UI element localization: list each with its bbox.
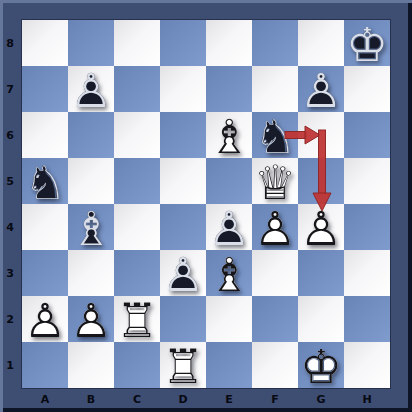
piece-black-pawn-e4[interactable]: ♟♙ [206, 204, 252, 250]
square-f2[interactable] [252, 296, 298, 342]
square-e7[interactable] [206, 66, 252, 112]
rank-label-6: 6 [0, 112, 20, 158]
square-a7[interactable] [22, 66, 68, 112]
square-f3[interactable] [252, 250, 298, 296]
piece-glyph-fill: ♝ [206, 251, 252, 297]
piece-black-bishop-b4[interactable]: ♝♗ [68, 204, 114, 250]
piece-glyph-fill: ♞ [22, 159, 68, 205]
square-c4[interactable] [114, 204, 160, 250]
square-h1[interactable] [344, 342, 390, 388]
file-label-g: G [298, 390, 344, 408]
piece-glyph-outline: ♖ [160, 343, 206, 389]
piece-white-queen-f5[interactable]: ♛♕ [252, 158, 298, 204]
rank-label-2: 2 [0, 296, 20, 342]
piece-glyph-fill: ♟ [160, 251, 206, 297]
square-e1[interactable] [206, 342, 252, 388]
square-f1[interactable] [252, 342, 298, 388]
square-d4[interactable] [160, 204, 206, 250]
square-g8[interactable] [298, 20, 344, 66]
square-c7[interactable] [114, 66, 160, 112]
piece-glyph-fill: ♟ [298, 205, 344, 251]
piece-glyph-outline: ♙ [252, 205, 298, 251]
square-c5[interactable] [114, 158, 160, 204]
square-f6[interactable]: ♞♘ [252, 112, 298, 158]
piece-glyph-outline: ♘ [252, 113, 298, 159]
piece-white-pawn-b2[interactable]: ♟♙ [68, 296, 114, 342]
piece-black-knight-f6[interactable]: ♞♘ [252, 112, 298, 158]
square-a5[interactable]: ♞♘ [22, 158, 68, 204]
square-e3[interactable]: ♝♗ [206, 250, 252, 296]
piece-white-rook-c2[interactable]: ♜♖ [114, 296, 160, 342]
piece-glyph-fill: ♝ [68, 205, 114, 251]
piece-glyph-outline: ♙ [68, 297, 114, 343]
square-e5[interactable] [206, 158, 252, 204]
file-label-h: H [344, 390, 390, 408]
square-b6[interactable] [68, 112, 114, 158]
square-b5[interactable] [68, 158, 114, 204]
square-d3[interactable]: ♟♙ [160, 250, 206, 296]
square-f7[interactable] [252, 66, 298, 112]
piece-white-rook-d1[interactable]: ♜♖ [160, 342, 206, 388]
square-h7[interactable] [344, 66, 390, 112]
piece-glyph-fill: ♟ [206, 205, 252, 251]
piece-white-bishop-e6[interactable]: ♝♗ [206, 112, 252, 158]
piece-white-pawn-f4[interactable]: ♟♙ [252, 204, 298, 250]
square-b2[interactable]: ♟♙ [68, 296, 114, 342]
square-g1[interactable]: ♚♔ [298, 342, 344, 388]
piece-glyph-outline: ♗ [206, 113, 252, 159]
square-d7[interactable] [160, 66, 206, 112]
piece-glyph-outline: ♙ [298, 205, 344, 251]
piece-black-pawn-b7[interactable]: ♟♙ [68, 66, 114, 112]
file-label-e: E [206, 390, 252, 408]
square-h2[interactable] [344, 296, 390, 342]
square-f4[interactable]: ♟♙ [252, 204, 298, 250]
piece-glyph-fill: ♝ [206, 113, 252, 159]
piece-black-king-h8[interactable]: ♚♔ [344, 20, 390, 66]
file-label-d: D [160, 390, 206, 408]
piece-white-king-g1[interactable]: ♚♔ [298, 342, 344, 388]
square-c6[interactable] [114, 112, 160, 158]
piece-black-knight-a5[interactable]: ♞♘ [22, 158, 68, 204]
piece-glyph-outline: ♕ [252, 159, 298, 205]
square-a6[interactable] [22, 112, 68, 158]
piece-glyph-fill: ♚ [298, 343, 344, 389]
rank-label-1: 1 [0, 342, 20, 388]
square-d6[interactable] [160, 112, 206, 158]
square-d8[interactable] [160, 20, 206, 66]
piece-glyph-outline: ♗ [206, 251, 252, 297]
square-a4[interactable] [22, 204, 68, 250]
piece-glyph-fill: ♟ [68, 67, 114, 113]
square-b1[interactable] [68, 342, 114, 388]
square-b7[interactable]: ♟♙ [68, 66, 114, 112]
piece-glyph-fill: ♟ [252, 205, 298, 251]
piece-glyph-fill: ♟ [298, 67, 344, 113]
rank-label-3: 3 [0, 250, 20, 296]
square-a2[interactable]: ♟♙ [22, 296, 68, 342]
square-g2[interactable] [298, 296, 344, 342]
file-label-c: C [114, 390, 160, 408]
square-h5[interactable] [344, 158, 390, 204]
square-f8[interactable] [252, 20, 298, 66]
square-h3[interactable] [344, 250, 390, 296]
square-c3[interactable] [114, 250, 160, 296]
square-c8[interactable] [114, 20, 160, 66]
piece-glyph-outline: ♔ [344, 21, 390, 67]
piece-glyph-outline: ♔ [298, 343, 344, 389]
square-b8[interactable] [68, 20, 114, 66]
piece-glyph-outline: ♙ [68, 67, 114, 113]
piece-glyph-outline: ♖ [114, 297, 160, 343]
piece-glyph-outline: ♘ [22, 159, 68, 205]
piece-glyph-fill: ♟ [68, 297, 114, 343]
piece-glyph-outline: ♗ [68, 205, 114, 251]
piece-white-pawn-a2[interactable]: ♟♙ [22, 296, 68, 342]
piece-black-pawn-d3[interactable]: ♟♙ [160, 250, 206, 296]
piece-glyph-fill: ♜ [160, 343, 206, 389]
piece-white-bishop-e3[interactable]: ♝♗ [206, 250, 252, 296]
square-e8[interactable] [206, 20, 252, 66]
piece-glyph-fill: ♜ [114, 297, 160, 343]
square-h4[interactable] [344, 204, 390, 250]
piece-white-pawn-g4[interactable]: ♟♙ [298, 204, 344, 250]
square-d2[interactable] [160, 296, 206, 342]
rank-label-7: 7 [0, 66, 20, 112]
piece-glyph-outline: ♙ [22, 297, 68, 343]
rank-label-8: 8 [0, 20, 20, 66]
square-e2[interactable] [206, 296, 252, 342]
square-f5[interactable]: ♛♕ [252, 158, 298, 204]
square-g4[interactable]: ♟♙ [298, 204, 344, 250]
piece-glyph-outline: ♙ [206, 205, 252, 251]
square-c1[interactable] [114, 342, 160, 388]
piece-glyph-outline: ♙ [160, 251, 206, 297]
piece-black-pawn-g7[interactable]: ♟♙ [298, 66, 344, 112]
piece-glyph-fill: ♟ [22, 297, 68, 343]
square-h8[interactable]: ♚♔ [344, 20, 390, 66]
square-g7[interactable]: ♟♙ [298, 66, 344, 112]
piece-glyph-fill: ♛ [252, 159, 298, 205]
square-g6[interactable] [298, 112, 344, 158]
square-e6[interactable]: ♝♗ [206, 112, 252, 158]
square-a1[interactable] [22, 342, 68, 388]
chess-board: ♚♔♟♙♟♙♝♗♞♘♞♘♛♕♝♗♟♙♟♙♟♙♟♙♝♗♟♙♟♙♜♖♜♖♚♔ [22, 20, 390, 388]
square-g3[interactable] [298, 250, 344, 296]
square-d1[interactable]: ♜♖ [160, 342, 206, 388]
piece-glyph-fill: ♚ [344, 21, 390, 67]
file-label-f: F [252, 390, 298, 408]
square-b3[interactable] [68, 250, 114, 296]
file-label-b: B [68, 390, 114, 408]
square-c2[interactable]: ♜♖ [114, 296, 160, 342]
square-a8[interactable] [22, 20, 68, 66]
square-h6[interactable] [344, 112, 390, 158]
rank-label-5: 5 [0, 158, 20, 204]
square-a3[interactable] [22, 250, 68, 296]
rank-label-4: 4 [0, 204, 20, 250]
file-label-a: A [22, 390, 68, 408]
piece-glyph-outline: ♙ [298, 67, 344, 113]
piece-glyph-fill: ♞ [252, 113, 298, 159]
chess-diagram: ♚♔♟♙♟♙♝♗♞♘♞♘♛♕♝♗♟♙♟♙♟♙♟♙♝♗♟♙♟♙♜♖♜♖♚♔ 876… [0, 0, 412, 412]
square-g5[interactable] [298, 158, 344, 204]
square-b4[interactable]: ♝♗ [68, 204, 114, 250]
square-d5[interactable] [160, 158, 206, 204]
square-e4[interactable]: ♟♙ [206, 204, 252, 250]
